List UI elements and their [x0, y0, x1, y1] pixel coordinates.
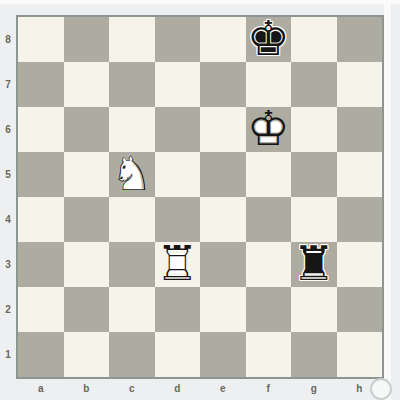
square-c2[interactable] — [109, 287, 155, 332]
square-g6[interactable] — [291, 107, 337, 152]
square-h8[interactable] — [337, 17, 383, 62]
square-a1[interactable] — [18, 332, 64, 377]
square-g8[interactable] — [291, 17, 337, 62]
square-h7[interactable] — [337, 62, 383, 107]
black-rook[interactable]: ♜ — [291, 242, 337, 287]
square-d3[interactable]: ♜♖ — [155, 242, 201, 287]
square-d5[interactable] — [155, 152, 201, 197]
chess-board-frame: ♚♚♔♞♘♜♖♜ — [16, 15, 384, 379]
white-rook[interactable]: ♜♖ — [155, 242, 201, 287]
square-b6[interactable] — [64, 107, 110, 152]
square-h5[interactable] — [337, 152, 383, 197]
right-strip — [384, 0, 391, 400]
square-b4[interactable] — [64, 197, 110, 242]
square-a4[interactable] — [18, 197, 64, 242]
square-a7[interactable] — [18, 62, 64, 107]
square-a2[interactable] — [18, 287, 64, 332]
square-f6[interactable]: ♚♔ — [246, 107, 292, 152]
square-a8[interactable] — [18, 17, 64, 62]
file-label-g: g — [291, 378, 337, 398]
square-f3[interactable] — [246, 242, 292, 287]
rank-label-4: 4 — [0, 197, 16, 242]
square-b1[interactable] — [64, 332, 110, 377]
chess-diagram-page: 87654321 ♚♚♔♞♘♜♖♜ abcdefgh — [0, 0, 400, 400]
square-g2[interactable] — [291, 287, 337, 332]
square-d8[interactable] — [155, 17, 201, 62]
square-b7[interactable] — [64, 62, 110, 107]
chess-board[interactable]: ♚♚♔♞♘♜♖♜ — [18, 17, 382, 377]
square-c7[interactable] — [109, 62, 155, 107]
piece-glyph-outline: ♔ — [247, 104, 290, 152]
square-b5[interactable] — [64, 152, 110, 197]
piece-glyph-outline: ♘ — [110, 149, 153, 197]
white-knight[interactable]: ♞♘ — [109, 152, 155, 197]
file-label-d: d — [155, 378, 201, 398]
square-h6[interactable] — [337, 107, 383, 152]
square-e5[interactable] — [200, 152, 246, 197]
piece-glyph-outline: ♖ — [156, 239, 199, 287]
square-g5[interactable] — [291, 152, 337, 197]
file-label-b: b — [64, 378, 110, 398]
square-c3[interactable] — [109, 242, 155, 287]
piece-glyph: ♜ — [292, 239, 335, 287]
square-a5[interactable] — [18, 152, 64, 197]
square-h2[interactable] — [337, 287, 383, 332]
square-e1[interactable] — [200, 332, 246, 377]
circle-badge-icon — [370, 378, 392, 400]
square-f8[interactable]: ♚ — [246, 17, 292, 62]
square-f4[interactable] — [246, 197, 292, 242]
top-strip — [0, 0, 400, 4]
square-g1[interactable] — [291, 332, 337, 377]
square-c5[interactable]: ♞♘ — [109, 152, 155, 197]
square-c4[interactable] — [109, 197, 155, 242]
square-f5[interactable] — [246, 152, 292, 197]
square-h1[interactable] — [337, 332, 383, 377]
square-e4[interactable] — [200, 197, 246, 242]
black-king[interactable]: ♚ — [246, 17, 292, 62]
rank-label-8: 8 — [0, 17, 16, 62]
square-g3[interactable]: ♜ — [291, 242, 337, 287]
square-d2[interactable] — [155, 287, 201, 332]
file-label-a: a — [18, 378, 64, 398]
rank-label-2: 2 — [0, 287, 16, 332]
square-e3[interactable] — [200, 242, 246, 287]
square-h4[interactable] — [337, 197, 383, 242]
file-label-f: f — [246, 378, 292, 398]
square-a3[interactable] — [18, 242, 64, 287]
square-e8[interactable] — [200, 17, 246, 62]
square-b8[interactable] — [64, 17, 110, 62]
white-king[interactable]: ♚♔ — [246, 107, 292, 152]
rank-label-5: 5 — [0, 152, 16, 197]
file-label-e: e — [200, 378, 246, 398]
rank-label-1: 1 — [0, 332, 16, 377]
square-e2[interactable] — [200, 287, 246, 332]
file-labels: abcdefgh — [18, 378, 382, 398]
piece-glyph: ♚ — [247, 14, 290, 62]
square-d7[interactable] — [155, 62, 201, 107]
square-d1[interactable] — [155, 332, 201, 377]
rank-labels: 87654321 — [0, 17, 16, 377]
rank-label-6: 6 — [0, 107, 16, 152]
square-g7[interactable] — [291, 62, 337, 107]
square-e7[interactable] — [200, 62, 246, 107]
square-c8[interactable] — [109, 17, 155, 62]
square-e6[interactable] — [200, 107, 246, 152]
rank-label-7: 7 — [0, 62, 16, 107]
square-b3[interactable] — [64, 242, 110, 287]
square-f2[interactable] — [246, 287, 292, 332]
square-d6[interactable] — [155, 107, 201, 152]
file-label-c: c — [109, 378, 155, 398]
square-c1[interactable] — [109, 332, 155, 377]
square-h3[interactable] — [337, 242, 383, 287]
square-b2[interactable] — [64, 287, 110, 332]
square-f1[interactable] — [246, 332, 292, 377]
rank-label-3: 3 — [0, 242, 16, 287]
square-a6[interactable] — [18, 107, 64, 152]
